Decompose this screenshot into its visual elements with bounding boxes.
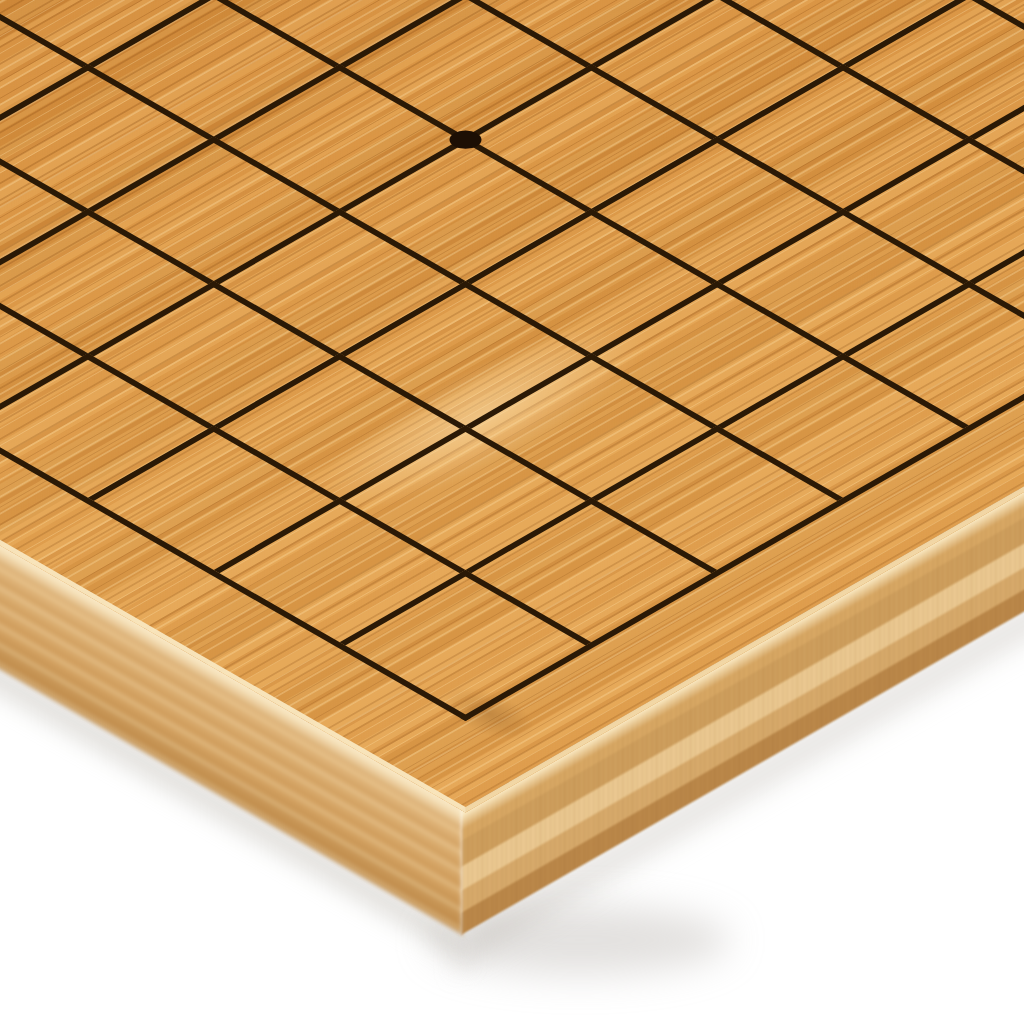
- go-board-product-photo: [0, 0, 1024, 1024]
